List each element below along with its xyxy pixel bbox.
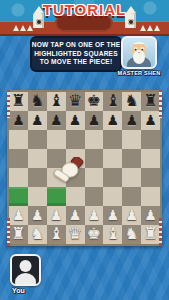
white-piece: ♚ (87, 225, 101, 241)
board-corner-stripe (7, 218, 10, 246)
white-piece: ♛ (68, 225, 82, 241)
tutorial-message-line: NOW TAP ON ONE OF THE (32, 41, 121, 50)
board-square-b3[interactable] (28, 187, 47, 206)
white-piece: ♟ (125, 207, 138, 221)
black-piece: ♚ (87, 92, 101, 108)
board-square-a1[interactable]: ♜ (9, 225, 28, 244)
board-square-a3[interactable] (9, 187, 28, 206)
black-piece: ♟ (12, 112, 25, 126)
clock-icon (128, 19, 134, 25)
board-square-h5[interactable] (141, 149, 160, 168)
board-square-f1[interactable]: ♝ (103, 225, 122, 244)
board-square-h3[interactable] (141, 187, 160, 206)
black-piece: ♞ (30, 92, 44, 108)
white-piece: ♜ (11, 225, 25, 241)
board-square-g5[interactable] (122, 149, 141, 168)
board-square-c1[interactable]: ♝ (47, 225, 66, 244)
board-square-e3[interactable] (85, 187, 104, 206)
board-square-e4[interactable] (85, 168, 104, 187)
black-piece: ♟ (107, 112, 120, 126)
coach-avatar (121, 36, 157, 69)
black-piece: ♜ (143, 92, 157, 108)
board-square-b5[interactable] (28, 149, 47, 168)
board-square-c7[interactable]: ♟ (47, 111, 66, 130)
white-piece: ♟ (50, 207, 63, 221)
mini-pawn-icon (27, 25, 33, 31)
board-square-f3[interactable] (103, 187, 122, 206)
page-title: TUTORIAL (0, 1, 169, 18)
board-corner-stripe (7, 90, 10, 118)
mini-pawn-icon (13, 25, 19, 31)
black-piece: ♟ (50, 112, 63, 126)
board-square-g7[interactable]: ♟ (122, 111, 141, 130)
board-square-e8[interactable]: ♚ (85, 92, 104, 111)
white-piece: ♟ (12, 207, 25, 221)
board-corner-stripe (159, 218, 162, 246)
board-square-b4[interactable] (28, 168, 47, 187)
mini-pawn-icon (20, 25, 26, 31)
black-piece: ♟ (69, 112, 82, 126)
board-square-d7[interactable]: ♟ (66, 111, 85, 130)
black-piece: ♝ (49, 92, 63, 108)
player-name-label: You (12, 287, 25, 294)
board-square-d6[interactable] (66, 130, 85, 149)
board-square-a6[interactable] (9, 130, 28, 149)
coach-name-label: MASTER SHEN (110, 70, 168, 76)
board-square-h4[interactable] (141, 168, 160, 187)
black-piece: ♜ (11, 92, 25, 108)
white-piece: ♞ (30, 225, 44, 241)
black-piece: ♝ (106, 92, 120, 108)
board-square-b6[interactable] (28, 130, 47, 149)
board-square-f5[interactable] (103, 149, 122, 168)
board-square-h8[interactable]: ♜ (141, 92, 160, 111)
board-square-g4[interactable] (122, 168, 141, 187)
board-square-e1[interactable]: ♚ (85, 225, 104, 244)
white-piece: ♟ (144, 207, 157, 221)
white-piece: ♞ (125, 225, 139, 241)
board-square-d8[interactable]: ♛ (66, 92, 85, 111)
board-square-a8[interactable]: ♜ (9, 92, 28, 111)
mini-pawn-icon (140, 25, 146, 31)
black-piece: ♛ (68, 92, 82, 108)
board-square-h7[interactable]: ♟ (141, 111, 160, 130)
board-square-f8[interactable]: ♝ (103, 92, 122, 111)
board-square-c8[interactable]: ♝ (47, 92, 66, 111)
board-square-d1[interactable]: ♛ (66, 225, 85, 244)
board-square-e6[interactable] (85, 130, 104, 149)
board-square-a4[interactable] (9, 168, 28, 187)
board-corner-stripe (159, 90, 162, 118)
board-square-e5[interactable] (85, 149, 104, 168)
board-square-f7[interactable]: ♟ (103, 111, 122, 130)
app-screen: TUTORIAL NOW TAP ON ONE OF THE HIGHLIGHT… (0, 0, 169, 300)
person-silhouette-icon (12, 256, 39, 284)
board-square-c6[interactable] (47, 130, 66, 149)
mini-pawn-icon (154, 25, 160, 31)
white-piece: ♝ (49, 225, 63, 241)
tutorial-message-line: HIGHLIGHTED SQUARES (34, 50, 118, 59)
board-square-b1[interactable]: ♞ (28, 225, 47, 244)
tutorial-message-line: TO MOVE THE PIECE! (40, 58, 113, 67)
white-piece: ♝ (106, 225, 120, 241)
board-square-g8[interactable]: ♞ (122, 92, 141, 111)
board-square-g3[interactable] (122, 187, 141, 206)
white-piece: ♜ (143, 225, 157, 241)
master-shen-portrait (123, 38, 155, 67)
black-piece: ♟ (125, 112, 138, 126)
white-piece: ♟ (31, 207, 44, 221)
white-piece: ♟ (88, 207, 101, 221)
white-piece: ♟ (107, 207, 120, 221)
board-square-a7[interactable]: ♟ (9, 111, 28, 130)
board-square-b8[interactable]: ♞ (28, 92, 47, 111)
board-square-d3[interactable] (66, 187, 85, 206)
board-square-e7[interactable]: ♟ (85, 111, 104, 130)
board-square-f4[interactable] (103, 168, 122, 187)
board-square-f6[interactable] (103, 130, 122, 149)
white-piece: ♟ (69, 207, 82, 221)
player-avatar (10, 254, 41, 286)
board-square-c3[interactable] (47, 187, 66, 206)
tutorial-speech-bubble: NOW TAP ON ONE OF THE HIGHLIGHTED SQUARE… (30, 36, 122, 72)
board-grid: ♜♞♝♛♚♝♞♜♟♟♟♟♟♟♟♟♟♟♟♟♟♟♟♟♜♞♝♛♚♝♞♜ (9, 92, 160, 244)
board-square-g6[interactable] (122, 130, 141, 149)
pointing-hand-icon (53, 157, 84, 188)
board-square-a5[interactable] (9, 149, 28, 168)
black-piece: ♟ (88, 112, 101, 126)
mini-pawn-icon (147, 25, 153, 31)
black-piece: ♞ (125, 92, 139, 108)
board-square-h6[interactable] (141, 130, 160, 149)
black-piece: ♟ (31, 112, 44, 126)
board-square-g1[interactable]: ♞ (122, 225, 141, 244)
chess-board: ♜♞♝♛♚♝♞♜♟♟♟♟♟♟♟♟♟♟♟♟♟♟♟♟♜♞♝♛♚♝♞♜ (7, 90, 162, 246)
clock-icon (36, 19, 42, 25)
black-piece: ♟ (144, 112, 157, 126)
board-square-b7[interactable]: ♟ (28, 111, 47, 130)
board-square-h1[interactable]: ♜ (141, 225, 160, 244)
